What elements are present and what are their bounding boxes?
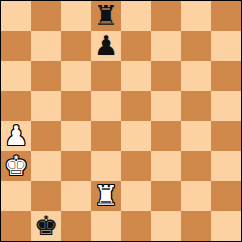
square-e4[interactable] (121, 121, 151, 151)
square-a2[interactable] (1, 181, 31, 211)
square-e2[interactable] (121, 181, 151, 211)
square-b8[interactable] (31, 1, 61, 31)
square-d4[interactable] (91, 121, 121, 151)
square-f8[interactable] (151, 1, 181, 31)
piece-white-pawn-a4[interactable]: ♟ (4, 121, 28, 151)
square-f3[interactable] (151, 151, 181, 181)
square-h1[interactable] (211, 211, 241, 241)
square-b7[interactable] (31, 31, 61, 61)
square-a7[interactable] (1, 31, 31, 61)
square-d1[interactable] (91, 211, 121, 241)
square-f1[interactable] (151, 211, 181, 241)
square-f7[interactable] (151, 31, 181, 61)
square-g3[interactable] (181, 151, 211, 181)
square-h2[interactable] (211, 181, 241, 211)
square-g8[interactable] (181, 1, 211, 31)
square-g4[interactable] (181, 121, 211, 151)
square-g6[interactable] (181, 61, 211, 91)
square-b6[interactable] (31, 61, 61, 91)
square-d7[interactable]: ♟ (91, 31, 121, 61)
square-c8[interactable] (61, 1, 91, 31)
square-h7[interactable] (211, 31, 241, 61)
square-d6[interactable] (91, 61, 121, 91)
square-c6[interactable] (61, 61, 91, 91)
square-h3[interactable] (211, 151, 241, 181)
square-h6[interactable] (211, 61, 241, 91)
square-c5[interactable] (61, 91, 91, 121)
square-e5[interactable] (121, 91, 151, 121)
square-e1[interactable] (121, 211, 151, 241)
chess-board: ♜♟♟♚♜♚ (0, 0, 242, 242)
square-g2[interactable] (181, 181, 211, 211)
piece-black-rook-d8[interactable]: ♜ (94, 1, 118, 31)
square-e7[interactable] (121, 31, 151, 61)
square-c2[interactable] (61, 181, 91, 211)
square-a3[interactable]: ♚ (1, 151, 31, 181)
square-c4[interactable] (61, 121, 91, 151)
square-c7[interactable] (61, 31, 91, 61)
square-c3[interactable] (61, 151, 91, 181)
square-a5[interactable] (1, 91, 31, 121)
square-h8[interactable] (211, 1, 241, 31)
square-f2[interactable] (151, 181, 181, 211)
square-b1[interactable]: ♚ (31, 211, 61, 241)
square-a8[interactable] (1, 1, 31, 31)
square-g7[interactable] (181, 31, 211, 61)
square-a1[interactable] (1, 211, 31, 241)
square-g5[interactable] (181, 91, 211, 121)
square-f6[interactable] (151, 61, 181, 91)
piece-black-pawn-d7[interactable]: ♟ (94, 31, 118, 61)
square-d8[interactable]: ♜ (91, 1, 121, 31)
square-c1[interactable] (61, 211, 91, 241)
square-a6[interactable] (1, 61, 31, 91)
square-b4[interactable] (31, 121, 61, 151)
square-b5[interactable] (31, 91, 61, 121)
square-d3[interactable] (91, 151, 121, 181)
piece-white-king-a3[interactable]: ♚ (4, 151, 28, 181)
piece-white-rook-d2[interactable]: ♜ (94, 181, 118, 211)
square-e3[interactable] (121, 151, 151, 181)
square-a4[interactable]: ♟ (1, 121, 31, 151)
square-g1[interactable] (181, 211, 211, 241)
square-h4[interactable] (211, 121, 241, 151)
piece-black-king-b1[interactable]: ♚ (34, 211, 58, 241)
square-e6[interactable] (121, 61, 151, 91)
square-h5[interactable] (211, 91, 241, 121)
square-f4[interactable] (151, 121, 181, 151)
square-b3[interactable] (31, 151, 61, 181)
square-d2[interactable]: ♜ (91, 181, 121, 211)
square-b2[interactable] (31, 181, 61, 211)
square-f5[interactable] (151, 91, 181, 121)
square-d5[interactable] (91, 91, 121, 121)
square-e8[interactable] (121, 1, 151, 31)
